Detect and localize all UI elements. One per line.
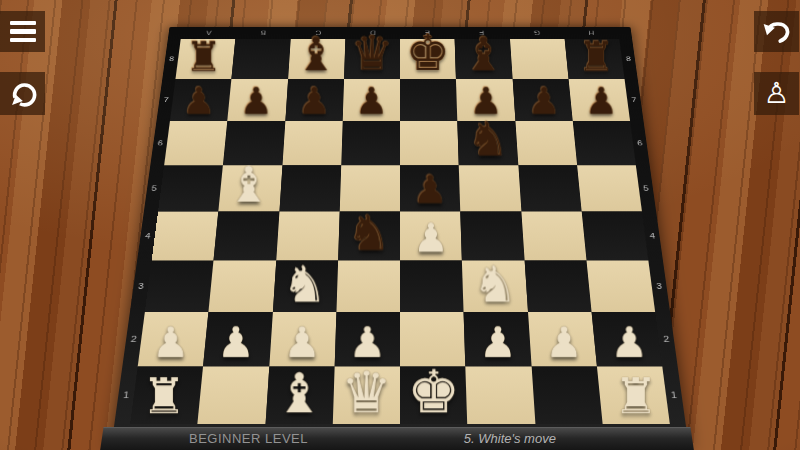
white-knight[interactable]: ♞	[282, 259, 327, 309]
black-knight[interactable]: ♞	[347, 209, 391, 258]
square-b4[interactable]	[214, 212, 279, 261]
pawn-icon: ♙	[764, 79, 790, 108]
square-d8[interactable]: ♛	[344, 39, 400, 79]
square-a4[interactable]	[152, 212, 219, 261]
hamburger-icon	[10, 21, 36, 43]
app-screen: ABCDEFGH 87654321 ♜♝♛♚♝♜♟♟♟♟♟♟♟♞♝♟♞♟♞♞♟♟…	[0, 0, 800, 450]
square-c1[interactable]: ♝	[265, 366, 334, 424]
square-h6[interactable]	[573, 121, 636, 165]
square-a5[interactable]	[158, 165, 223, 211]
black-knight[interactable]: ♞	[467, 117, 509, 164]
square-b3[interactable]	[209, 260, 276, 312]
square-a3[interactable]	[145, 260, 214, 312]
level-label: BEGINNER LEVEL	[189, 431, 308, 446]
white-bishop[interactable]: ♝	[227, 160, 271, 210]
square-b1[interactable]	[198, 366, 269, 424]
white-pawn[interactable]: ♟	[610, 322, 648, 364]
white-pawn[interactable]: ♟	[348, 322, 386, 364]
black-pawn[interactable]: ♟	[182, 82, 215, 119]
white-pawn[interactable]: ♟	[217, 322, 255, 364]
square-c8[interactable]: ♝	[288, 39, 345, 79]
square-a6[interactable]	[164, 121, 227, 165]
square-e3[interactable]	[400, 260, 464, 312]
square-h3[interactable]	[586, 260, 655, 312]
file-label-back: B	[236, 27, 292, 39]
square-h2[interactable]: ♟	[591, 312, 662, 366]
square-g8[interactable]	[510, 39, 569, 79]
square-h1[interactable]: ♜	[597, 366, 670, 424]
square-h5[interactable]	[577, 165, 642, 211]
square-f3[interactable]: ♞	[462, 260, 527, 312]
square-d7[interactable]: ♟	[342, 79, 400, 121]
square-g3[interactable]	[524, 260, 591, 312]
square-b5[interactable]: ♝	[219, 165, 283, 211]
black-bishop[interactable]: ♝	[295, 31, 336, 77]
file-label-back: G	[509, 27, 565, 39]
square-f2[interactable]: ♟	[464, 312, 531, 366]
white-knight[interactable]: ♞	[473, 259, 518, 309]
rotate-icon	[8, 79, 38, 109]
player-mode-button[interactable]: ♙	[754, 72, 799, 115]
square-g5[interactable]	[518, 165, 582, 211]
square-h4[interactable]	[581, 212, 648, 261]
white-pawn[interactable]: ♟	[413, 218, 449, 258]
square-c2[interactable]: ♟	[269, 312, 336, 366]
square-d2[interactable]: ♟	[334, 312, 400, 366]
square-b2[interactable]: ♟	[203, 312, 272, 366]
square-h8[interactable]: ♜	[564, 39, 624, 79]
square-c3[interactable]: ♞	[272, 260, 337, 312]
square-e5[interactable]: ♟	[400, 165, 460, 211]
square-e4[interactable]: ♟	[400, 212, 462, 261]
white-queen[interactable]: ♛	[341, 364, 392, 421]
square-g1[interactable]	[531, 366, 602, 424]
black-rook[interactable]: ♜	[185, 36, 222, 77]
square-c5[interactable]	[279, 165, 341, 211]
square-a2[interactable]: ♟	[138, 312, 209, 366]
square-f5[interactable]	[459, 165, 521, 211]
white-rook[interactable]: ♜	[614, 372, 658, 421]
black-pawn[interactable]: ♟	[297, 82, 330, 119]
square-f4[interactable]	[460, 212, 524, 261]
menu-button[interactable]	[0, 11, 45, 52]
status-bar: BEGINNER LEVEL 5. White's move	[100, 427, 694, 450]
white-pawn[interactable]: ♟	[545, 322, 583, 364]
undo-arrow-icon	[761, 18, 793, 46]
square-d1[interactable]: ♛	[333, 366, 400, 424]
square-d6[interactable]	[341, 121, 400, 165]
square-c6[interactable]	[282, 121, 342, 165]
white-pawn[interactable]: ♟	[479, 322, 517, 364]
board-grid: ♜♝♛♚♝♜♟♟♟♟♟♟♟♞♝♟♞♟♞♞♟♟♟♟♟♟♟♜♝♛♚♜	[130, 39, 670, 424]
square-f8[interactable]: ♝	[455, 39, 512, 79]
square-a7[interactable]: ♟	[170, 79, 232, 121]
board-frame: ABCDEFGH 87654321 ♜♝♛♚♝♜♟♟♟♟♟♟♟♞♝♟♞♟♞♞♟♟…	[111, 27, 689, 448]
file-labels-back: ABCDEFGH	[181, 27, 620, 39]
white-pawn[interactable]: ♟	[152, 322, 190, 364]
black-pawn[interactable]: ♟	[527, 82, 560, 119]
square-e7[interactable]	[400, 79, 458, 121]
square-e6[interactable]	[400, 121, 459, 165]
square-g7[interactable]: ♟	[512, 79, 572, 121]
square-h7[interactable]: ♟	[568, 79, 630, 121]
black-pawn[interactable]: ♟	[240, 82, 273, 119]
square-b7[interactable]: ♟	[227, 79, 287, 121]
black-pawn[interactable]: ♟	[584, 82, 617, 119]
black-king[interactable]: ♚	[406, 28, 450, 77]
square-g6[interactable]	[515, 121, 577, 165]
undo-button[interactable]	[754, 11, 799, 52]
black-bishop[interactable]: ♝	[463, 31, 504, 77]
square-c4[interactable]	[276, 212, 340, 261]
white-bishop[interactable]: ♝	[274, 366, 324, 421]
white-pawn[interactable]: ♟	[283, 322, 321, 364]
black-pawn[interactable]: ♟	[355, 82, 388, 119]
square-f1[interactable]	[466, 366, 535, 424]
square-a1[interactable]: ♜	[130, 366, 203, 424]
black-queen[interactable]: ♛	[351, 30, 394, 78]
black-pawn[interactable]: ♟	[413, 171, 448, 210]
square-g2[interactable]: ♟	[528, 312, 597, 366]
square-g4[interactable]	[521, 212, 586, 261]
white-rook[interactable]: ♜	[142, 372, 186, 421]
square-a8[interactable]: ♜	[175, 39, 235, 79]
square-f6[interactable]: ♞	[458, 121, 518, 165]
white-king[interactable]: ♚	[407, 362, 460, 421]
rotate-board-button[interactable]	[0, 72, 45, 115]
square-b8[interactable]	[232, 39, 291, 79]
chessboard-3d: ABCDEFGH 87654321 ♜♝♛♚♝♜♟♟♟♟♟♟♟♞♝♟♞♟♞♞♟♟…	[111, 27, 689, 448]
move-indicator: 5. White's move	[464, 431, 556, 446]
square-c7[interactable]: ♟	[285, 79, 344, 121]
square-e8[interactable]: ♚	[400, 39, 456, 79]
square-e1[interactable]: ♚	[400, 366, 467, 424]
square-d3[interactable]	[336, 260, 400, 312]
black-rook[interactable]: ♜	[578, 36, 615, 77]
square-d4[interactable]: ♞	[338, 212, 400, 261]
